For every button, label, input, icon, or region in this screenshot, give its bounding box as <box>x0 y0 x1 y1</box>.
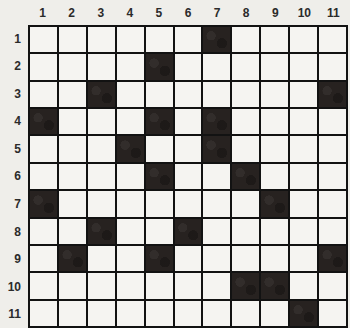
cell-r5-c9[interactable] <box>261 136 288 161</box>
col-label-6: 6 <box>173 0 202 25</box>
cell-r1-c7[interactable] <box>203 27 230 52</box>
cell-r2-c9[interactable] <box>261 54 288 79</box>
cell-r5-c7[interactable] <box>203 136 230 161</box>
cell-r9-c8[interactable] <box>232 246 259 271</box>
row-label-6: 6 <box>0 163 28 191</box>
cell-r10-c6[interactable] <box>175 273 202 298</box>
cell-r3-c4[interactable] <box>117 82 144 107</box>
cell-r4-c8[interactable] <box>232 109 259 134</box>
cell-r3-c2[interactable] <box>59 82 86 107</box>
cell-r5-c1[interactable] <box>30 136 57 161</box>
cell-r1-c9[interactable] <box>261 27 288 52</box>
cell-r1-c3[interactable] <box>88 27 115 52</box>
cell-r10-c9[interactable] <box>261 273 288 298</box>
col-label-3: 3 <box>86 0 115 25</box>
column-labels: 1234567891011 <box>28 0 348 25</box>
cell-r4-c1[interactable] <box>30 109 57 134</box>
cell-r2-c7[interactable] <box>203 54 230 79</box>
cell-r9-c2[interactable] <box>59 246 86 271</box>
row-label-1: 1 <box>0 25 28 53</box>
row-label-9: 9 <box>0 245 28 273</box>
col-label-9: 9 <box>261 0 290 25</box>
cell-r6-c4[interactable] <box>117 164 144 189</box>
row-label-2: 2 <box>0 53 28 81</box>
cell-r6-c7[interactable] <box>203 164 230 189</box>
cell-r4-c5[interactable] <box>146 109 173 134</box>
cell-r10-c8[interactable] <box>232 273 259 298</box>
cell-r3-c8[interactable] <box>232 82 259 107</box>
cell-r11-c3[interactable] <box>88 301 115 326</box>
cell-r4-c6[interactable] <box>175 109 202 134</box>
cell-r9-c3[interactable] <box>88 246 115 271</box>
cell-r2-c4[interactable] <box>117 54 144 79</box>
cell-r8-c6[interactable] <box>175 219 202 244</box>
cell-r6-c1[interactable] <box>30 164 57 189</box>
cell-r8-c3[interactable] <box>88 219 115 244</box>
cell-r4-c2[interactable] <box>59 109 86 134</box>
cell-r10-c1[interactable] <box>30 273 57 298</box>
cell-r11-c10[interactable] <box>290 301 317 326</box>
cell-r1-c11[interactable] <box>319 27 346 52</box>
cell-r9-c11[interactable] <box>319 246 346 271</box>
puzzle-grid <box>28 25 348 328</box>
cell-r6-c8[interactable] <box>232 164 259 189</box>
row-label-10: 10 <box>0 273 28 301</box>
cell-r3-c11[interactable] <box>319 82 346 107</box>
cell-r9-c10[interactable] <box>290 246 317 271</box>
cell-r9-c5[interactable] <box>146 246 173 271</box>
row-label-5: 5 <box>0 135 28 163</box>
cell-r6-c5[interactable] <box>146 164 173 189</box>
cell-r7-c4[interactable] <box>117 191 144 216</box>
cell-r4-c7[interactable] <box>203 109 230 134</box>
cell-r3-c5[interactable] <box>146 82 173 107</box>
cell-r7-c11[interactable] <box>319 191 346 216</box>
row-label-8: 8 <box>0 218 28 246</box>
cell-r10-c7[interactable] <box>203 273 230 298</box>
cell-r7-c8[interactable] <box>232 191 259 216</box>
cell-r2-c2[interactable] <box>59 54 86 79</box>
cell-r7-c9[interactable] <box>261 191 288 216</box>
cell-r7-c6[interactable] <box>175 191 202 216</box>
cell-r1-c10[interactable] <box>290 27 317 52</box>
cell-r5-c11[interactable] <box>319 136 346 161</box>
cell-r8-c8[interactable] <box>232 219 259 244</box>
cell-r10-c2[interactable] <box>59 273 86 298</box>
cell-r1-c6[interactable] <box>175 27 202 52</box>
cell-r9-c4[interactable] <box>117 246 144 271</box>
cell-r4-c11[interactable] <box>319 109 346 134</box>
col-label-4: 4 <box>115 0 144 25</box>
cell-r3-c6[interactable] <box>175 82 202 107</box>
cell-r11-c1[interactable] <box>30 301 57 326</box>
cell-r8-c10[interactable] <box>290 219 317 244</box>
cell-r11-c4[interactable] <box>117 301 144 326</box>
cell-r11-c11[interactable] <box>319 301 346 326</box>
cell-r8-c2[interactable] <box>59 219 86 244</box>
col-label-10: 10 <box>290 0 319 25</box>
cell-r5-c8[interactable] <box>232 136 259 161</box>
cell-r10-c3[interactable] <box>88 273 115 298</box>
cell-r7-c3[interactable] <box>88 191 115 216</box>
cell-r11-c6[interactable] <box>175 301 202 326</box>
row-label-7: 7 <box>0 190 28 218</box>
cell-r9-c1[interactable] <box>30 246 57 271</box>
cell-r5-c6[interactable] <box>175 136 202 161</box>
cell-r2-c5[interactable] <box>146 54 173 79</box>
cell-r1-c2[interactable] <box>59 27 86 52</box>
col-label-2: 2 <box>57 0 86 25</box>
cell-r3-c3[interactable] <box>88 82 115 107</box>
cell-r7-c1[interactable] <box>30 191 57 216</box>
row-label-4: 4 <box>0 108 28 136</box>
cell-r6-c3[interactable] <box>88 164 115 189</box>
cell-r4-c9[interactable] <box>261 109 288 134</box>
col-label-1: 1 <box>28 0 57 25</box>
cell-r9-c7[interactable] <box>203 246 230 271</box>
cell-r11-c5[interactable] <box>146 301 173 326</box>
cell-r6-c9[interactable] <box>261 164 288 189</box>
cell-r6-c2[interactable] <box>59 164 86 189</box>
cell-r6-c10[interactable] <box>290 164 317 189</box>
cell-r5-c10[interactable] <box>290 136 317 161</box>
cell-r6-c11[interactable] <box>319 164 346 189</box>
cell-r2-c10[interactable] <box>290 54 317 79</box>
cell-r1-c1[interactable] <box>30 27 57 52</box>
cell-r5-c3[interactable] <box>88 136 115 161</box>
cell-r1-c8[interactable] <box>232 27 259 52</box>
cell-r10-c11[interactable] <box>319 273 346 298</box>
cell-r7-c10[interactable] <box>290 191 317 216</box>
cell-r7-c2[interactable] <box>59 191 86 216</box>
cell-r8-c7[interactable] <box>203 219 230 244</box>
col-label-8: 8 <box>232 0 261 25</box>
cell-r11-c2[interactable] <box>59 301 86 326</box>
row-labels: 1234567891011 <box>0 25 28 328</box>
cell-r11-c9[interactable] <box>261 301 288 326</box>
cell-r2-c3[interactable] <box>88 54 115 79</box>
cell-r5-c2[interactable] <box>59 136 86 161</box>
cell-r11-c8[interactable] <box>232 301 259 326</box>
cell-r8-c5[interactable] <box>146 219 173 244</box>
row-label-3: 3 <box>0 80 28 108</box>
cell-r10-c10[interactable] <box>290 273 317 298</box>
cell-r9-c6[interactable] <box>175 246 202 271</box>
cell-r7-c7[interactable] <box>203 191 230 216</box>
cell-r1-c4[interactable] <box>117 27 144 52</box>
cell-r5-c4[interactable] <box>117 136 144 161</box>
cell-r10-c5[interactable] <box>146 273 173 298</box>
cell-r4-c10[interactable] <box>290 109 317 134</box>
cell-r10-c4[interactable] <box>117 273 144 298</box>
cell-r6-c6[interactable] <box>175 164 202 189</box>
cell-r4-c4[interactable] <box>117 109 144 134</box>
row-label-11: 11 <box>0 300 28 328</box>
cell-r8-c4[interactable] <box>117 219 144 244</box>
cell-r8-c11[interactable] <box>319 219 346 244</box>
cell-r3-c10[interactable] <box>290 82 317 107</box>
cell-r4-c3[interactable] <box>88 109 115 134</box>
cell-r2-c8[interactable] <box>232 54 259 79</box>
cell-r3-c9[interactable] <box>261 82 288 107</box>
cell-r7-c5[interactable] <box>146 191 173 216</box>
cell-r1-c5[interactable] <box>146 27 173 52</box>
cell-r8-c9[interactable] <box>261 219 288 244</box>
cell-r8-c1[interactable] <box>30 219 57 244</box>
cell-r11-c7[interactable] <box>203 301 230 326</box>
col-label-11: 11 <box>319 0 348 25</box>
col-label-7: 7 <box>203 0 232 25</box>
cell-r9-c9[interactable] <box>261 246 288 271</box>
col-label-5: 5 <box>144 0 173 25</box>
cell-r3-c1[interactable] <box>30 82 57 107</box>
cell-r2-c1[interactable] <box>30 54 57 79</box>
cell-r5-c5[interactable] <box>146 136 173 161</box>
puzzle-page: 1234567891011 1234567891011 <box>0 0 350 328</box>
cell-r2-c6[interactable] <box>175 54 202 79</box>
cell-r3-c7[interactable] <box>203 82 230 107</box>
cell-r2-c11[interactable] <box>319 54 346 79</box>
